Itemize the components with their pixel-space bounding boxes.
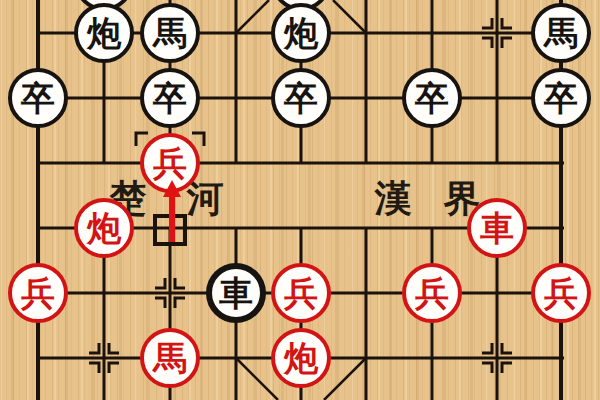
piece-black-soldier[interactable]: 卒 (402, 68, 462, 128)
piece-red-soldier[interactable]: 兵 (140, 133, 200, 193)
piece-black-soldier[interactable]: 卒 (531, 68, 591, 128)
piece-red-cannon[interactable]: 炮 (271, 328, 331, 388)
piece-red-soldier[interactable]: 兵 (8, 263, 68, 323)
piece-red-cannon[interactable]: 炮 (74, 198, 134, 258)
river-label-han: 漢 (375, 174, 412, 224)
piece-red-chariot[interactable]: 車 (467, 198, 527, 258)
piece-red-soldier[interactable]: 兵 (271, 263, 331, 323)
xiangqi-board: 楚 河 漢 界 炮馬炮馬卒卒卒卒卒車兵炮車兵兵兵兵馬炮 (0, 0, 600, 400)
piece-black-horse[interactable]: 馬 (531, 3, 591, 63)
piece-black-soldier[interactable]: 卒 (140, 68, 200, 128)
piece-red-soldier[interactable]: 兵 (402, 263, 462, 323)
piece-black-soldier[interactable]: 卒 (8, 68, 68, 128)
piece-red-horse[interactable]: 馬 (140, 328, 200, 388)
piece-black-chariot[interactable]: 車 (206, 263, 266, 323)
piece-red-soldier[interactable]: 兵 (531, 263, 591, 323)
piece-black-cannon[interactable]: 炮 (74, 3, 134, 63)
piece-black-soldier[interactable]: 卒 (271, 68, 331, 128)
piece-black-cannon[interactable]: 炮 (271, 3, 331, 63)
piece-black-horse[interactable]: 馬 (140, 3, 200, 63)
